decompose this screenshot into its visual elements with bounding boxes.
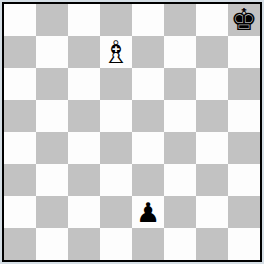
square-d5[interactable] [100,100,132,132]
chess-diagram: ♚♗♟ [0,0,264,264]
square-b5[interactable] [36,100,68,132]
square-c1[interactable] [68,228,100,260]
square-c4[interactable] [68,132,100,164]
square-h1[interactable] [228,228,260,260]
square-d1[interactable] [100,228,132,260]
square-f4[interactable] [164,132,196,164]
square-c3[interactable] [68,164,100,196]
square-a1[interactable] [4,228,36,260]
square-b8[interactable] [36,4,68,36]
square-c8[interactable] [68,4,100,36]
square-h7[interactable] [228,36,260,68]
square-g4[interactable] [196,132,228,164]
square-f5[interactable] [164,100,196,132]
square-h8[interactable]: ♚ [228,4,260,36]
square-f8[interactable] [164,4,196,36]
square-b3[interactable] [36,164,68,196]
square-h5[interactable] [228,100,260,132]
square-f2[interactable] [164,196,196,228]
board-frame: ♚♗♟ [2,2,262,262]
square-a3[interactable] [4,164,36,196]
square-a4[interactable] [4,132,36,164]
square-f7[interactable] [164,36,196,68]
square-e6[interactable] [132,68,164,100]
square-b7[interactable] [36,36,68,68]
square-e4[interactable] [132,132,164,164]
square-g6[interactable] [196,68,228,100]
square-e5[interactable] [132,100,164,132]
square-d6[interactable] [100,68,132,100]
white-bishop[interactable]: ♗ [102,37,130,68]
square-f6[interactable] [164,68,196,100]
square-c2[interactable] [68,196,100,228]
square-f1[interactable] [164,228,196,260]
square-d7[interactable]: ♗ [100,36,132,68]
square-e7[interactable] [132,36,164,68]
square-f3[interactable] [164,164,196,196]
square-d4[interactable] [100,132,132,164]
square-c6[interactable] [68,68,100,100]
square-h4[interactable] [228,132,260,164]
black-king[interactable]: ♚ [231,5,258,35]
square-e2[interactable]: ♟ [132,196,164,228]
square-d8[interactable] [100,4,132,36]
square-c7[interactable] [68,36,100,68]
square-h6[interactable] [228,68,260,100]
square-b1[interactable] [36,228,68,260]
square-c5[interactable] [68,100,100,132]
square-a7[interactable] [4,36,36,68]
square-d2[interactable] [100,196,132,228]
square-e8[interactable] [132,4,164,36]
square-d3[interactable] [100,164,132,196]
square-g2[interactable] [196,196,228,228]
square-g7[interactable] [196,36,228,68]
chess-board: ♚♗♟ [4,4,260,260]
square-a5[interactable] [4,100,36,132]
square-a2[interactable] [4,196,36,228]
square-e3[interactable] [132,164,164,196]
square-a6[interactable] [4,68,36,100]
square-g8[interactable] [196,4,228,36]
square-g1[interactable] [196,228,228,260]
square-g5[interactable] [196,100,228,132]
square-h2[interactable] [228,196,260,228]
square-b2[interactable] [36,196,68,228]
square-b6[interactable] [36,68,68,100]
square-h3[interactable] [228,164,260,196]
square-g3[interactable] [196,164,228,196]
black-pawn[interactable]: ♟ [136,199,160,226]
square-e1[interactable] [132,228,164,260]
square-b4[interactable] [36,132,68,164]
square-a8[interactable] [4,4,36,36]
